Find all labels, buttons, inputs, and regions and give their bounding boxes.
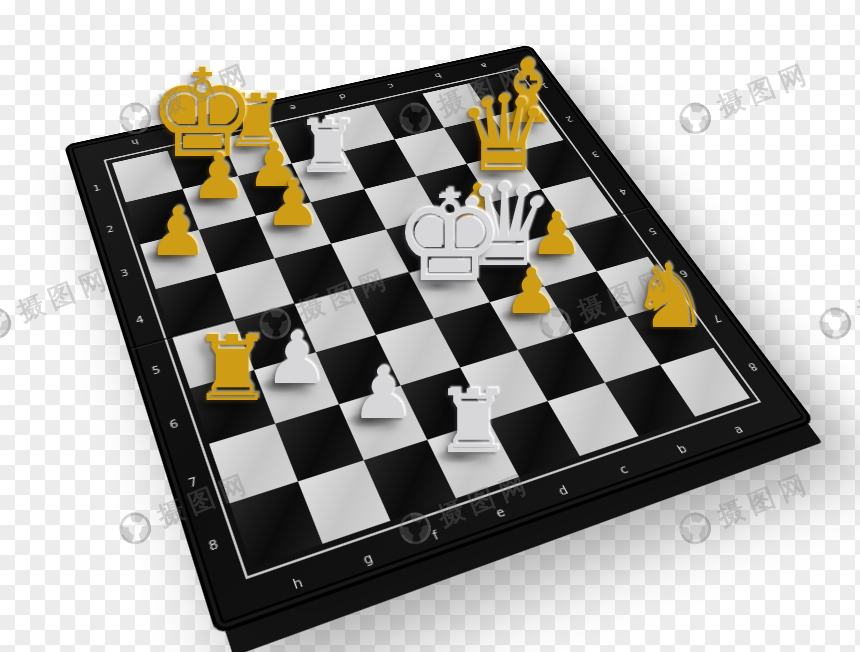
piece-gold-pawn-c6: ♟ (503, 261, 559, 324)
piece-gold-knight-a7: ♞ (630, 252, 710, 341)
piece-gold-pawn-f3: ♟ (265, 173, 321, 236)
chess-pieces-layer: ♚♜♝♟♟♜♛♟♟♟♟♛♚♟♟♜♞♟♜ (0, 0, 860, 652)
piece-gold-pawn-h3: ♟ (148, 198, 208, 265)
piece-silver-pawn-g6: ♟ (264, 323, 328, 395)
piece-silver-rook-e8: ♜ (433, 379, 512, 467)
piece-gold-rook-h6: ♜ (191, 324, 272, 415)
piece-silver-king-d5: ♚ (393, 174, 506, 300)
piece-silver-pawn-f7: ♟ (351, 357, 415, 429)
